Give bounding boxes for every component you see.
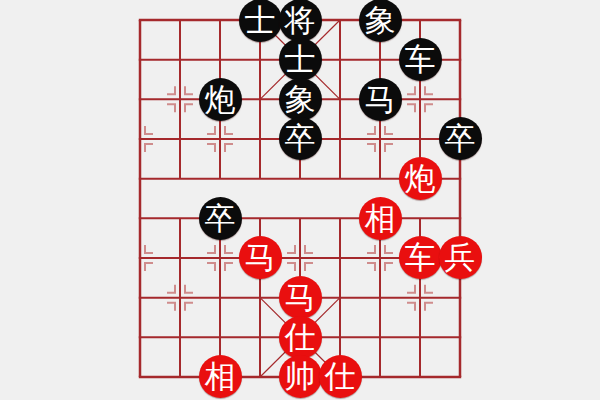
piece-black-elephant[interactable]: 象 (279, 78, 322, 121)
piece-red-horse[interactable]: 马 (239, 236, 282, 279)
piece-red-cannon[interactable]: 炮 (399, 157, 442, 200)
piece-black-horse[interactable]: 马 (359, 78, 402, 121)
piece-black-elephant[interactable]: 象 (359, 0, 402, 42)
piece-black-general[interactable]: 将 (279, 0, 322, 42)
piece-red-horse[interactable]: 马 (279, 276, 322, 319)
piece-black-cannon[interactable]: 炮 (199, 78, 242, 121)
piece-layer: 士将象士车炮象马卒卒炮卒相马车兵马仕相帅仕 (120, 0, 480, 397)
piece-black-soldier[interactable]: 卒 (279, 117, 322, 160)
piece-red-advisor[interactable]: 仕 (319, 355, 362, 398)
piece-black-advisor[interactable]: 士 (279, 38, 322, 81)
xiangqi-board-area: 士将象士车炮象马卒卒炮卒相马车兵马仕相帅仕 (0, 0, 600, 400)
piece-red-elephant[interactable]: 相 (359, 197, 402, 240)
piece-black-chariot[interactable]: 车 (399, 38, 442, 81)
piece-red-chariot[interactable]: 车 (399, 236, 442, 279)
piece-red-soldier[interactable]: 兵 (439, 236, 482, 279)
piece-black-soldier[interactable]: 卒 (199, 197, 242, 240)
piece-red-elephant[interactable]: 相 (199, 355, 242, 398)
piece-black-soldier[interactable]: 卒 (439, 117, 482, 160)
piece-red-general[interactable]: 帅 (279, 355, 322, 398)
piece-red-advisor[interactable]: 仕 (279, 316, 322, 359)
piece-black-advisor[interactable]: 士 (239, 0, 282, 42)
